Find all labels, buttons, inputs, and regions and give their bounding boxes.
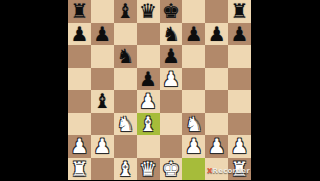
piece-white-pawn-g2[interactable]: ♟ xyxy=(208,136,226,156)
square-h4[interactable] xyxy=(228,90,251,113)
piece-white-rook-a1[interactable]: ♜ xyxy=(70,159,88,179)
square-a3[interactable] xyxy=(68,113,91,136)
square-f1[interactable] xyxy=(182,158,205,181)
square-h7[interactable]: ♟ xyxy=(228,23,251,46)
square-h3[interactable] xyxy=(228,113,251,136)
square-h5[interactable] xyxy=(228,68,251,91)
piece-black-pawn-e6[interactable]: ♟ xyxy=(162,46,180,66)
piece-white-queen-d1[interactable]: ♛ xyxy=(139,159,157,179)
letterbox-left xyxy=(0,0,68,180)
square-h2[interactable]: ♟ xyxy=(228,135,251,158)
square-e7[interactable]: ♞ xyxy=(160,23,183,46)
piece-white-knight-f3[interactable]: ♞ xyxy=(185,114,203,134)
square-g4[interactable] xyxy=(205,90,228,113)
square-b2[interactable]: ♟ xyxy=(91,135,114,158)
square-f8[interactable] xyxy=(182,0,205,23)
square-f2[interactable]: ♟ xyxy=(182,135,205,158)
square-b7[interactable]: ♟ xyxy=(91,23,114,46)
square-c4[interactable] xyxy=(114,90,137,113)
piece-white-king-e1[interactable]: ♚ xyxy=(162,159,180,179)
square-b8[interactable] xyxy=(91,0,114,23)
square-b5[interactable] xyxy=(91,68,114,91)
piece-white-pawn-b2[interactable]: ♟ xyxy=(93,136,111,156)
piece-white-knight-c3[interactable]: ♞ xyxy=(116,114,134,134)
piece-white-pawn-d4[interactable]: ♟ xyxy=(139,91,157,111)
piece-white-pawn-a2[interactable]: ♟ xyxy=(70,136,88,156)
square-a2[interactable]: ♟ xyxy=(68,135,91,158)
square-b4[interactable]: ♝ xyxy=(91,90,114,113)
square-e2[interactable] xyxy=(160,135,183,158)
piece-black-pawn-d5[interactable]: ♟ xyxy=(139,69,157,89)
square-a1[interactable]: ♜ xyxy=(68,158,91,181)
piece-black-queen-d8[interactable]: ♛ xyxy=(139,1,157,21)
square-d3[interactable]: ♝ xyxy=(137,113,160,136)
piece-white-bishop-d3[interactable]: ♝ xyxy=(139,114,157,134)
square-d7[interactable] xyxy=(137,23,160,46)
square-h8[interactable]: ♜ xyxy=(228,0,251,23)
piece-black-pawn-a7[interactable]: ♟ xyxy=(70,24,88,44)
piece-white-pawn-e5[interactable]: ♟ xyxy=(162,69,180,89)
square-d8[interactable]: ♛ xyxy=(137,0,160,23)
piece-black-pawn-f7[interactable]: ♟ xyxy=(185,24,203,44)
square-f5[interactable] xyxy=(182,68,205,91)
square-c5[interactable] xyxy=(114,68,137,91)
square-e1[interactable]: ♚ xyxy=(160,158,183,181)
square-a6[interactable] xyxy=(68,45,91,68)
square-e4[interactable] xyxy=(160,90,183,113)
square-d5[interactable]: ♟ xyxy=(137,68,160,91)
square-e8[interactable]: ♚ xyxy=(160,0,183,23)
square-g7[interactable]: ♟ xyxy=(205,23,228,46)
square-a7[interactable]: ♟ xyxy=(68,23,91,46)
square-b1[interactable] xyxy=(91,158,114,181)
square-d1[interactable]: ♛ xyxy=(137,158,160,181)
square-a8[interactable]: ♜ xyxy=(68,0,91,23)
piece-black-king-e8[interactable]: ♚ xyxy=(162,1,180,21)
square-g8[interactable] xyxy=(205,0,228,23)
square-b6[interactable] xyxy=(91,45,114,68)
square-d2[interactable] xyxy=(137,135,160,158)
square-d4[interactable]: ♟ xyxy=(137,90,160,113)
chess-board: ♜♝♛♚♜♟♟♞♟♟♟♞♟♟♟♝♟♞♝♞♟♟♟♟♟♜♝♛♚♜ xyxy=(68,0,251,180)
watermark-rest: Recorder xyxy=(213,167,250,175)
square-c2[interactable] xyxy=(114,135,137,158)
square-b3[interactable] xyxy=(91,113,114,136)
piece-black-rook-h8[interactable]: ♜ xyxy=(231,1,249,21)
square-g2[interactable]: ♟ xyxy=(205,135,228,158)
square-e5[interactable]: ♟ xyxy=(160,68,183,91)
piece-black-pawn-h7[interactable]: ♟ xyxy=(231,24,249,44)
square-c6[interactable]: ♞ xyxy=(114,45,137,68)
square-a5[interactable] xyxy=(68,68,91,91)
square-f4[interactable] xyxy=(182,90,205,113)
piece-black-knight-e7[interactable]: ♞ xyxy=(162,24,180,44)
square-e3[interactable] xyxy=(160,113,183,136)
square-f6[interactable] xyxy=(182,45,205,68)
square-c7[interactable] xyxy=(114,23,137,46)
square-c1[interactable]: ♝ xyxy=(114,158,137,181)
square-h6[interactable] xyxy=(228,45,251,68)
piece-white-pawn-h2[interactable]: ♟ xyxy=(231,136,249,156)
screen: ♜♝♛♚♜♟♟♞♟♟♟♞♟♟♟♝♟♞♝♞♟♟♟♟♟♜♝♛♚♜ XRecorder xyxy=(0,0,320,180)
square-a4[interactable] xyxy=(68,90,91,113)
piece-white-bishop-c1[interactable]: ♝ xyxy=(116,159,134,179)
piece-white-pawn-f2[interactable]: ♟ xyxy=(185,136,203,156)
square-g5[interactable] xyxy=(205,68,228,91)
square-g3[interactable] xyxy=(205,113,228,136)
piece-black-rook-a8[interactable]: ♜ xyxy=(70,1,88,21)
square-e6[interactable]: ♟ xyxy=(160,45,183,68)
square-c3[interactable]: ♞ xyxy=(114,113,137,136)
piece-black-pawn-g7[interactable]: ♟ xyxy=(208,24,226,44)
piece-black-pawn-b7[interactable]: ♟ xyxy=(93,24,111,44)
piece-black-knight-c6[interactable]: ♞ xyxy=(116,46,134,66)
square-g6[interactable] xyxy=(205,45,228,68)
piece-black-bishop-c8[interactable]: ♝ xyxy=(116,1,134,21)
piece-black-bishop-b4[interactable]: ♝ xyxy=(93,91,111,111)
square-c8[interactable]: ♝ xyxy=(114,0,137,23)
square-d6[interactable] xyxy=(137,45,160,68)
square-f3[interactable]: ♞ xyxy=(182,113,205,136)
square-f7[interactable]: ♟ xyxy=(182,23,205,46)
letterbox-right xyxy=(251,0,320,180)
xrecorder-watermark: XRecorder xyxy=(207,167,250,175)
